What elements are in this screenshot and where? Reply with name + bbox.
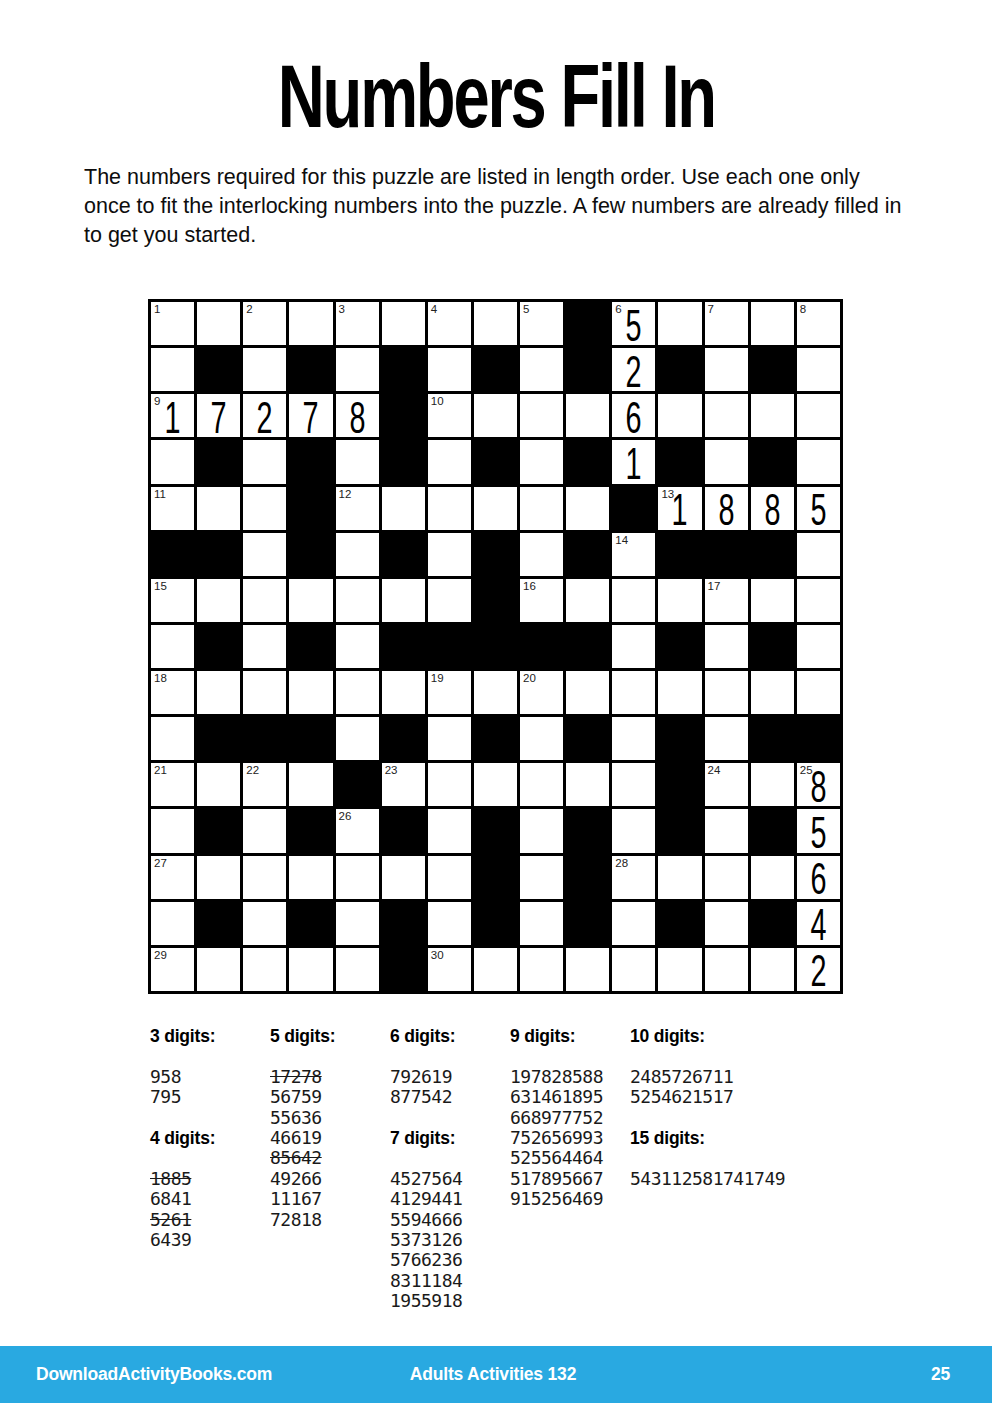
list-header: 3 digits:: [150, 1026, 270, 1046]
prefilled-digit: 5: [805, 487, 833, 530]
cell-r7c7[interactable]: [428, 579, 471, 622]
cell-r14c12: [658, 902, 701, 945]
cell-r4c7[interactable]: [428, 440, 471, 483]
cell-r3c12[interactable]: [658, 394, 701, 437]
cell-r5c3[interactable]: [243, 487, 286, 530]
cell-r3c8[interactable]: [474, 394, 517, 437]
clue-number: 5: [523, 303, 529, 316]
cell-r12c10: [566, 809, 609, 852]
prefilled-digit: 1: [666, 487, 694, 530]
cell-r2c11[interactable]: 2: [612, 348, 655, 391]
cell-r1c13[interactable]: 7: [705, 302, 748, 345]
clue-number: 11: [154, 488, 166, 501]
cell-r13c15[interactable]: 6: [797, 856, 840, 899]
cell-r8c8: [474, 625, 517, 668]
cell-r5c10[interactable]: [566, 487, 609, 530]
footer-website: DownloadActivityBooks.com: [0, 1364, 341, 1385]
cell-r15c4[interactable]: [289, 948, 332, 991]
cell-r9c2[interactable]: [197, 671, 240, 714]
cell-r5c12[interactable]: 131: [658, 487, 701, 530]
cell-r6c10: [566, 533, 609, 576]
prefilled-digit: 7: [205, 394, 233, 437]
cell-r14c7[interactable]: [428, 902, 471, 945]
clue-number: 28: [615, 857, 628, 870]
cell-r5c11: [612, 487, 655, 530]
cell-r6c4: [289, 533, 332, 576]
cell-r12c7[interactable]: [428, 809, 471, 852]
cell-r9c1[interactable]: 18: [151, 671, 194, 714]
cell-r13c11[interactable]: 28: [612, 856, 655, 899]
cell-r1c11[interactable]: 65: [612, 302, 655, 345]
cell-r1c14[interactable]: [751, 302, 794, 345]
cell-r15c13[interactable]: [705, 948, 748, 991]
cell-r6c6: [382, 533, 425, 576]
list-number: 877542: [390, 1087, 510, 1107]
cell-r13c3[interactable]: [243, 856, 286, 899]
cell-r8c11[interactable]: [612, 625, 655, 668]
cell-r13c7[interactable]: [428, 856, 471, 899]
cell-r10c11[interactable]: [612, 717, 655, 760]
cell-r15c5[interactable]: [336, 948, 379, 991]
cell-r5c5[interactable]: 12: [336, 487, 379, 530]
cell-r3c6: [382, 394, 425, 437]
cell-r6c14: [751, 533, 794, 576]
cell-r3c2[interactable]: 7: [197, 394, 240, 437]
prefilled-digit: 8: [712, 487, 740, 530]
cell-r10c15: [797, 717, 840, 760]
list-number-used: 5261: [150, 1210, 270, 1230]
list-number: 792619: [390, 1067, 510, 1087]
cell-r8c1[interactable]: [151, 625, 194, 668]
cell-r7c9[interactable]: 16: [520, 579, 563, 622]
cell-r3c7[interactable]: 10: [428, 394, 471, 437]
cell-r11c1[interactable]: 21: [151, 763, 194, 806]
number-list-column: 5 digits:1727856759556364661985642492661…: [270, 1026, 390, 1312]
cell-r6c11[interactable]: 14: [612, 533, 655, 576]
cell-r4c11[interactable]: 1: [612, 440, 655, 483]
cell-r15c2[interactable]: [197, 948, 240, 991]
cell-r4c1[interactable]: [151, 440, 194, 483]
cell-r13c14[interactable]: [751, 856, 794, 899]
cell-r10c7[interactable]: [428, 717, 471, 760]
cell-r7c1[interactable]: 15: [151, 579, 194, 622]
cell-r9c3[interactable]: [243, 671, 286, 714]
cell-r5c9[interactable]: [520, 487, 563, 530]
cell-r6c1: [151, 533, 194, 576]
clue-number: 10: [431, 395, 444, 408]
list-number: 2485726711: [630, 1067, 785, 1087]
cell-r2c15[interactable]: [797, 348, 840, 391]
cell-r11c7[interactable]: [428, 763, 471, 806]
cell-r8c2: [197, 625, 240, 668]
list-number-used: 1885: [150, 1169, 270, 1189]
number-list-section: 10 digits:24857267115254621517: [630, 1026, 785, 1108]
clue-number: 7: [708, 303, 714, 316]
clue-number: 4: [431, 303, 437, 316]
list-header: 10 digits:: [630, 1026, 785, 1046]
page-title: Numbers Fill In: [0, 52, 992, 140]
list-number: 752656993: [510, 1128, 630, 1148]
cell-r6c13: [705, 533, 748, 576]
cell-r2c4: [289, 348, 332, 391]
cell-r13c2[interactable]: [197, 856, 240, 899]
cell-r2c5[interactable]: [336, 348, 379, 391]
cell-r8c4: [289, 625, 332, 668]
list-header: 9 digits:: [510, 1026, 630, 1046]
cell-r10c3: [243, 717, 286, 760]
cell-r8c6: [382, 625, 425, 668]
cell-r12c4: [289, 809, 332, 852]
cell-r14c15[interactable]: 4: [797, 902, 840, 945]
footer-bar: DownloadActivityBooks.com Adults Activit…: [0, 1346, 992, 1403]
cell-r12c13[interactable]: [705, 809, 748, 852]
number-list-section: 5 digits:1727856759556364661985642492661…: [270, 1026, 390, 1230]
cell-r2c1[interactable]: [151, 348, 194, 391]
clue-number: 21: [154, 764, 167, 777]
list-number: 915256469: [510, 1189, 630, 1209]
number-list-column: 10 digits:2485726711525462151715 digits:…: [630, 1026, 785, 1312]
cell-r12c15[interactable]: 5: [797, 809, 840, 852]
cell-r13c12[interactable]: [658, 856, 701, 899]
list-number: 525564464: [510, 1148, 630, 1168]
prefilled-digit: 5: [620, 302, 648, 345]
cell-r5c2[interactable]: [197, 487, 240, 530]
cell-r9c11[interactable]: [612, 671, 655, 714]
list-header: 4 digits:: [150, 1128, 270, 1148]
list-number: 5594666: [390, 1210, 510, 1230]
cell-r3c15[interactable]: [797, 394, 840, 437]
cell-r5c13[interactable]: 8: [705, 487, 748, 530]
cell-r2c13[interactable]: [705, 348, 748, 391]
cell-r8c9: [520, 625, 563, 668]
cell-r1c12[interactable]: [658, 302, 701, 345]
cell-r6c9[interactable]: [520, 533, 563, 576]
cell-r1c8[interactable]: [474, 302, 517, 345]
cell-r5c14[interactable]: 8: [751, 487, 794, 530]
cell-r15c7[interactable]: 30: [428, 948, 471, 991]
prefilled-digit: 2: [805, 948, 833, 991]
cell-r3c13[interactable]: [705, 394, 748, 437]
cell-r2c9[interactable]: [520, 348, 563, 391]
list-number: 56759: [270, 1087, 390, 1107]
prefilled-digit: 2: [251, 394, 279, 437]
clue-number: 15: [154, 580, 167, 593]
clue-number: 19: [431, 672, 444, 685]
cell-r14c11[interactable]: [612, 902, 655, 945]
prefilled-digit: 1: [159, 394, 187, 437]
list-header: 5 digits:: [270, 1026, 390, 1046]
cell-r9c9[interactable]: 20: [520, 671, 563, 714]
cell-r14c5[interactable]: [336, 902, 379, 945]
cell-r2c8: [474, 348, 517, 391]
cell-r7c11[interactable]: [612, 579, 655, 622]
list-header: 15 digits:: [630, 1128, 785, 1148]
cell-r3c3[interactable]: 2: [243, 394, 286, 437]
list-number-used: 85642: [270, 1148, 390, 1168]
cell-r1c7[interactable]: 4: [428, 302, 471, 345]
cell-r6c5[interactable]: [336, 533, 379, 576]
cell-r14c14: [751, 902, 794, 945]
clue-number: 14: [615, 534, 628, 547]
prefilled-digit: 1: [620, 440, 648, 483]
cell-r4c12: [658, 440, 701, 483]
cell-r1c15[interactable]: 8: [797, 302, 840, 345]
cell-r11c5: [336, 763, 379, 806]
cell-r1c4[interactable]: [289, 302, 332, 345]
number-list-section: 4 digits:1885684152616439: [150, 1128, 270, 1250]
cell-r11c10[interactable]: [566, 763, 609, 806]
cell-r14c9[interactable]: [520, 902, 563, 945]
cell-r11c4[interactable]: [289, 763, 332, 806]
list-number: 6439: [150, 1230, 270, 1250]
cell-r5c4: [289, 487, 332, 530]
cell-r9c13[interactable]: [705, 671, 748, 714]
cell-r7c4[interactable]: [289, 579, 332, 622]
cell-r11c14[interactable]: [751, 763, 794, 806]
cell-r15c3[interactable]: [243, 948, 286, 991]
cell-r11c15[interactable]: 258: [797, 763, 840, 806]
cell-r5c1[interactable]: 11: [151, 487, 194, 530]
cell-r15c8[interactable]: [474, 948, 517, 991]
cell-r14c8: [474, 902, 517, 945]
puzzle-grid: 1234565782917278106111121318851415161718…: [148, 299, 843, 994]
cell-r11c9[interactable]: [520, 763, 563, 806]
cell-r7c10[interactable]: [566, 579, 609, 622]
cell-r14c10: [566, 902, 609, 945]
worksheet-page: Numbers Fill In The numbers required for…: [0, 0, 992, 1403]
cell-r8c7: [428, 625, 471, 668]
clue-number: 2: [246, 303, 252, 316]
clue-number: 26: [339, 810, 352, 823]
cell-r3c4[interactable]: 7: [289, 394, 332, 437]
footer-book-title: Adults Activities 132: [341, 1364, 646, 1385]
cell-r8c13[interactable]: [705, 625, 748, 668]
cell-r9c6[interactable]: [382, 671, 425, 714]
cell-r12c11[interactable]: [612, 809, 655, 852]
cell-r1c9[interactable]: 5: [520, 302, 563, 345]
cell-r3c10[interactable]: [566, 394, 609, 437]
cell-r4c2: [197, 440, 240, 483]
clue-number: 16: [523, 580, 536, 593]
number-list-section: 15 digits:543112581741749: [630, 1128, 785, 1189]
cell-r6c7[interactable]: [428, 533, 471, 576]
cell-r2c7[interactable]: [428, 348, 471, 391]
cell-r4c3[interactable]: [243, 440, 286, 483]
cell-r10c5[interactable]: [336, 717, 379, 760]
cell-r6c3[interactable]: [243, 533, 286, 576]
cell-r13c1[interactable]: 27: [151, 856, 194, 899]
cell-r12c9[interactable]: [520, 809, 563, 852]
cell-r4c15[interactable]: [797, 440, 840, 483]
cell-r1c3[interactable]: 2: [243, 302, 286, 345]
cell-r10c12: [658, 717, 701, 760]
cell-r2c2: [197, 348, 240, 391]
cell-r12c8: [474, 809, 517, 852]
cell-r9c14[interactable]: [751, 671, 794, 714]
list-number: 517895667: [510, 1169, 630, 1189]
cell-r9c8[interactable]: [474, 671, 517, 714]
cell-r12c1[interactable]: [151, 809, 194, 852]
cell-r12c12: [658, 809, 701, 852]
footer-page-number: 25: [645, 1364, 992, 1385]
cell-r13c9[interactable]: [520, 856, 563, 899]
clue-number: 8: [800, 303, 806, 316]
clue-number: 12: [339, 488, 352, 501]
cell-r11c8[interactable]: [474, 763, 517, 806]
cell-r3c9[interactable]: [520, 394, 563, 437]
cell-r12c2: [197, 809, 240, 852]
cell-r13c6[interactable]: [382, 856, 425, 899]
cell-r7c6[interactable]: [382, 579, 425, 622]
number-lists: 3 digits:9587954 digits:1885684152616439…: [150, 1026, 785, 1312]
cell-r10c1[interactable]: [151, 717, 194, 760]
cell-r8c12: [658, 625, 701, 668]
list-number: 958: [150, 1067, 270, 1087]
cell-r15c11[interactable]: [612, 948, 655, 991]
cell-r7c12[interactable]: [658, 579, 701, 622]
number-list-column: 3 digits:9587954 digits:1885684152616439: [150, 1026, 270, 1312]
cell-r12c6: [382, 809, 425, 852]
cell-r4c10: [566, 440, 609, 483]
cell-r11c13[interactable]: 24: [705, 763, 748, 806]
cell-r12c5[interactable]: 26: [336, 809, 379, 852]
cell-r9c15[interactable]: [797, 671, 840, 714]
cell-r5c6[interactable]: [382, 487, 425, 530]
cell-r15c14[interactable]: [751, 948, 794, 991]
list-number: 197828588: [510, 1067, 630, 1087]
cell-r4c8: [474, 440, 517, 483]
cell-r13c5[interactable]: [336, 856, 379, 899]
cell-r7c2[interactable]: [197, 579, 240, 622]
cell-r3c5[interactable]: 8: [336, 394, 379, 437]
cell-r3c14[interactable]: [751, 394, 794, 437]
cell-r7c15[interactable]: [797, 579, 840, 622]
cell-r15c6: [382, 948, 425, 991]
cell-r13c13[interactable]: [705, 856, 748, 899]
cell-r11c11[interactable]: [612, 763, 655, 806]
cell-r2c3[interactable]: [243, 348, 286, 391]
list-number: 631461895: [510, 1087, 630, 1107]
cell-r14c1[interactable]: [151, 902, 194, 945]
cell-r13c10: [566, 856, 609, 899]
cell-r6c8: [474, 533, 517, 576]
cell-r8c10: [566, 625, 609, 668]
prefilled-digit: 8: [805, 763, 833, 806]
cell-r15c10[interactable]: [566, 948, 609, 991]
prefilled-digit: 4: [805, 902, 833, 945]
clue-number: 30: [431, 949, 444, 962]
cell-r4c14: [751, 440, 794, 483]
cell-r14c6: [382, 902, 425, 945]
list-number: 4129441: [390, 1189, 510, 1209]
cell-r7c3[interactable]: [243, 579, 286, 622]
list-number: 5254621517: [630, 1087, 785, 1107]
prefilled-digit: 7: [297, 394, 325, 437]
cell-r4c13[interactable]: [705, 440, 748, 483]
cell-r15c12[interactable]: [658, 948, 701, 991]
cell-r9c12[interactable]: [658, 671, 701, 714]
cell-r7c14[interactable]: [751, 579, 794, 622]
number-list-column: 9 digits:1978285886314618956689777527526…: [510, 1026, 630, 1312]
cell-r14c3[interactable]: [243, 902, 286, 945]
page-title-text: Numbers Fill In: [277, 51, 714, 141]
cell-r15c9[interactable]: [520, 948, 563, 991]
cell-r10c6: [382, 717, 425, 760]
cell-r14c4: [289, 902, 332, 945]
cell-r10c9[interactable]: [520, 717, 563, 760]
cell-r8c5[interactable]: [336, 625, 379, 668]
cell-r12c14: [751, 809, 794, 852]
cell-r3c1[interactable]: 91: [151, 394, 194, 437]
cell-r13c4[interactable]: [289, 856, 332, 899]
list-number: 543112581741749: [630, 1169, 785, 1189]
cell-r15c1[interactable]: 29: [151, 948, 194, 991]
prefilled-digit: 6: [805, 856, 833, 899]
list-number: 5766236: [390, 1250, 510, 1270]
cell-r14c2: [197, 902, 240, 945]
cell-r10c4: [289, 717, 332, 760]
list-number: 795: [150, 1087, 270, 1107]
prefilled-digit: 8: [758, 487, 786, 530]
cell-r4c6: [382, 440, 425, 483]
clue-number: 1: [154, 303, 160, 316]
cell-r4c5[interactable]: [336, 440, 379, 483]
cell-r9c5[interactable]: [336, 671, 379, 714]
cell-r14c13[interactable]: [705, 902, 748, 945]
cell-r10c2: [197, 717, 240, 760]
list-number: 55636: [270, 1108, 390, 1128]
cell-r1c1[interactable]: 1: [151, 302, 194, 345]
cell-r9c4[interactable]: [289, 671, 332, 714]
list-number: 8311184: [390, 1271, 510, 1291]
cell-r8c3[interactable]: [243, 625, 286, 668]
cell-r5c15[interactable]: 5: [797, 487, 840, 530]
list-number: 11167: [270, 1189, 390, 1209]
cell-r15c15[interactable]: 2: [797, 948, 840, 991]
cell-r5c7[interactable]: [428, 487, 471, 530]
cell-r10c13[interactable]: [705, 717, 748, 760]
list-number: 5373126: [390, 1230, 510, 1250]
cell-r7c5[interactable]: [336, 579, 379, 622]
cell-r13c8: [474, 856, 517, 899]
cell-r10c8: [474, 717, 517, 760]
cell-r11c2[interactable]: [197, 763, 240, 806]
cell-r11c3[interactable]: 22: [243, 763, 286, 806]
list-number: 1955918: [390, 1291, 510, 1311]
list-number: 668977752: [510, 1108, 630, 1128]
cell-r11c6[interactable]: 23: [382, 763, 425, 806]
cell-r6c2: [197, 533, 240, 576]
cell-r1c2[interactable]: [197, 302, 240, 345]
cell-r8c15[interactable]: [797, 625, 840, 668]
prefilled-digit: 5: [805, 809, 833, 852]
cell-r6c15[interactable]: [797, 533, 840, 576]
cell-r12c3[interactable]: [243, 809, 286, 852]
clue-number: 29: [154, 949, 167, 962]
number-list-section: 9 digits:1978285886314618956689777527526…: [510, 1026, 630, 1210]
cell-r4c9[interactable]: [520, 440, 563, 483]
clue-number: 3: [339, 303, 345, 316]
cell-r1c5[interactable]: 3: [336, 302, 379, 345]
cell-r2c14: [751, 348, 794, 391]
cell-r9c7[interactable]: 19: [428, 671, 471, 714]
cell-r3c11[interactable]: 6: [612, 394, 655, 437]
cell-r9c10[interactable]: [566, 671, 609, 714]
cell-r1c6[interactable]: [382, 302, 425, 345]
cell-r7c13[interactable]: 17: [705, 579, 748, 622]
cell-r5c8[interactable]: [474, 487, 517, 530]
cell-r4c4: [289, 440, 332, 483]
